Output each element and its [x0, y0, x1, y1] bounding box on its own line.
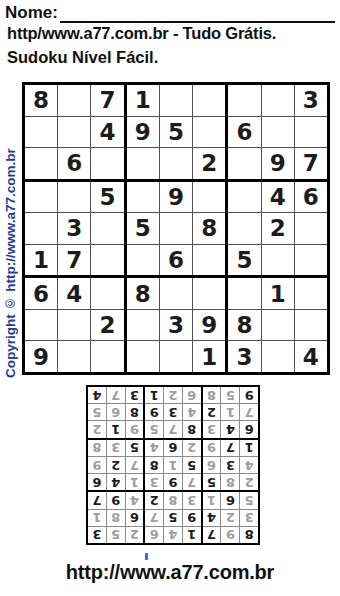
puzzle-cell	[193, 85, 225, 116]
solution-cell: 1	[88, 510, 106, 526]
solution-cell: 8	[240, 527, 258, 543]
sudoku-box: 285436179	[203, 440, 258, 491]
puzzle-cell	[295, 310, 327, 341]
solution-cell: 8	[164, 492, 182, 508]
puzzle-cell: 6	[295, 182, 327, 213]
solution-cell: 2	[164, 387, 182, 403]
header: Nome:	[5, 2, 335, 23]
sudoku-solution-grid-rotated: 8973245611469573822536814972854361797935…	[86, 385, 260, 545]
puzzle-cell	[262, 117, 294, 148]
solution-cell: 2	[126, 527, 144, 543]
solution-cell: 1	[183, 527, 201, 543]
puzzle-cell	[25, 117, 57, 148]
solution-cell: 7	[88, 492, 106, 508]
puzzle-cell	[91, 213, 123, 244]
solution-cell: 5	[145, 421, 163, 437]
puzzle-cell	[193, 278, 225, 309]
puzzle-cell	[160, 341, 192, 372]
solution-cell: 3	[203, 421, 221, 437]
sudoku-box: 3697	[228, 85, 327, 179]
puzzle-cell: 7	[91, 85, 123, 116]
solution-cell: 5	[88, 404, 106, 420]
solution-cell: 7	[107, 387, 125, 403]
puzzle-cell	[295, 278, 327, 309]
puzzle-cell	[58, 85, 90, 116]
puzzle-cell: 1	[193, 341, 225, 372]
solution-cell: 7	[203, 527, 221, 543]
solution-cell: 9	[107, 492, 125, 508]
sudoku-box: 9586	[127, 182, 226, 276]
puzzle-cell	[91, 245, 123, 276]
puzzle-cell	[228, 148, 260, 179]
puzzle-cell: 2	[193, 148, 225, 179]
solution-cell: 9	[203, 440, 221, 456]
puzzle-cell: 5	[91, 182, 123, 213]
footer-url: http://www.a77.com.br	[0, 561, 340, 584]
sudoku-box: 146957382	[145, 492, 200, 543]
solution-cell: 2	[183, 440, 201, 456]
puzzle-cell: 8	[193, 213, 225, 244]
solution-cell: 8	[183, 421, 201, 437]
puzzle-cell: 9	[25, 341, 57, 372]
puzzle-cell	[127, 182, 159, 213]
puzzle-cell	[160, 213, 192, 244]
puzzle-cell: 1	[262, 278, 294, 309]
solution-cell: 1	[203, 492, 221, 508]
solution-cell: 6	[203, 457, 221, 473]
solution-cell: 4	[221, 421, 239, 437]
puzzle-cell	[127, 148, 159, 179]
puzzle-cell: 9	[127, 117, 159, 148]
solution-cell: 4	[126, 492, 144, 508]
puzzle-cell	[228, 85, 260, 116]
solution-cell: 5	[183, 457, 201, 473]
solution-cell: 7	[221, 440, 239, 456]
puzzle-cell	[58, 341, 90, 372]
puzzle-cell	[193, 182, 225, 213]
sudoku-box: 875439621	[145, 387, 200, 438]
puzzle-cell	[295, 117, 327, 148]
solution-cell: 8	[88, 440, 106, 456]
solution-cell: 5	[221, 387, 239, 403]
puzzle-cell: 4	[295, 341, 327, 372]
solution-cell: 3	[183, 492, 201, 508]
solution-cell: 4	[183, 404, 201, 420]
solution-cell: 4	[145, 440, 163, 456]
solution-cell: 5	[164, 510, 182, 526]
solution-cell: 5	[107, 527, 125, 543]
solution-cell: 3	[221, 457, 239, 473]
solution-cell: 4	[164, 527, 182, 543]
puzzle-cell: 5	[127, 213, 159, 244]
solution-cell: 6	[126, 510, 144, 526]
solution-cell: 8	[126, 404, 144, 420]
solution-cell: 5	[126, 440, 144, 456]
site-tagline: http/www.a77.com.br - Tudo Grátis.	[7, 24, 276, 43]
sudoku-box: 793518264	[145, 440, 200, 491]
solution-cell: 2	[107, 457, 125, 473]
puzzle-cell	[91, 278, 123, 309]
puzzle-cell	[262, 85, 294, 116]
solution-cell: 2	[240, 474, 258, 490]
solution-cell: 4	[240, 457, 258, 473]
puzzle-cell: 3	[228, 341, 260, 372]
solution-cell: 9	[164, 474, 182, 490]
sudoku-box: 897324561	[203, 492, 258, 543]
sudoku-box: 4625	[228, 182, 327, 276]
solution-cell: 1	[145, 387, 163, 403]
puzzle-cell: 8	[25, 85, 57, 116]
solution-cell: 2	[88, 421, 106, 437]
sudoku-box: 1834	[228, 278, 327, 372]
solution-cell: 5	[203, 474, 221, 490]
puzzle-cell: 4	[58, 278, 90, 309]
puzzle-cell: 3	[58, 213, 90, 244]
puzzle-cell: 1	[25, 245, 57, 276]
sudoku-box: 643712958	[203, 387, 258, 438]
puzzle-cell: 3	[295, 85, 327, 116]
solution-cell: 3	[107, 440, 125, 456]
puzzle-cell: 8	[127, 278, 159, 309]
puzzle-cell	[193, 245, 225, 276]
puzzle-cell: 4	[262, 182, 294, 213]
solution-cell: 6	[240, 421, 258, 437]
solution-cell: 5	[240, 492, 258, 508]
solution-cell: 1	[126, 474, 144, 490]
puzzle-cell	[58, 182, 90, 213]
puzzle-cell: 9	[193, 310, 225, 341]
solution-cell: 7	[183, 474, 201, 490]
puzzle-cell: 2	[262, 213, 294, 244]
sudoku-box: 253681497	[88, 492, 143, 543]
puzzle-cell	[262, 341, 294, 372]
solution-cell: 9	[221, 527, 239, 543]
solution-cell: 7	[164, 421, 182, 437]
solution-cell: 3	[88, 527, 106, 543]
solution-cell: 4	[88, 387, 106, 403]
puzzle-cell	[262, 310, 294, 341]
puzzle-cell	[228, 278, 260, 309]
solution-cell: 8	[203, 387, 221, 403]
page-title: Sudoku Nível Fácil.	[7, 48, 158, 67]
puzzle-cell: 5	[160, 117, 192, 148]
puzzle-cell: 7	[295, 148, 327, 179]
puzzle-cell	[160, 278, 192, 309]
solution-cell: 4	[203, 510, 221, 526]
puzzle-cell	[295, 245, 327, 276]
puzzle-cell	[25, 182, 57, 213]
name-row: Nome:	[5, 2, 335, 23]
puzzle-cell: 2	[91, 310, 123, 341]
name-fill-line	[60, 3, 335, 23]
puzzle-cell: 9	[160, 182, 192, 213]
solution-cell: 8	[107, 510, 125, 526]
sudoku-box: 912865374	[88, 387, 143, 438]
puzzle-cell	[228, 182, 260, 213]
puzzle-cell: 6	[58, 148, 90, 179]
puzzle-cell: 6	[160, 245, 192, 276]
puzzle-cell	[25, 310, 57, 341]
puzzle-cell: 7	[58, 245, 90, 276]
sudoku-box: 1952	[127, 85, 226, 179]
solution-cell: 1	[164, 457, 182, 473]
solution-cell: 6	[221, 492, 239, 508]
sudoku-printable-page: Nome: http/www.a77.com.br - Tudo Grátis.…	[0, 0, 340, 596]
puzzle-cell	[91, 341, 123, 372]
puzzle-cell: 4	[91, 117, 123, 148]
solution-cell: 4	[107, 474, 125, 490]
puzzle-cell	[58, 310, 90, 341]
solution-cell: 3	[126, 387, 144, 403]
solution-cell: 6	[145, 527, 163, 543]
puzzle-cell	[228, 213, 260, 244]
puzzle-cell	[58, 117, 90, 148]
solution-cell: 1	[221, 404, 239, 420]
puzzle-cell	[127, 310, 159, 341]
solution-cell: 9	[145, 404, 163, 420]
sudoku-box: 8391	[127, 278, 226, 372]
solution-cell: 7	[145, 510, 163, 526]
puzzle-cell	[91, 148, 123, 179]
solution-cell: 6	[183, 387, 201, 403]
sudoku-box: 5317	[25, 182, 124, 276]
solution-cell: 8	[145, 457, 163, 473]
puzzle-cell	[25, 213, 57, 244]
blue-tick-artifact	[145, 553, 148, 560]
solution-cell: 1	[240, 440, 258, 456]
solution-cell: 7	[126, 457, 144, 473]
puzzle-cell	[295, 213, 327, 244]
solution-cell: 6	[107, 404, 125, 420]
solution-cell: 8	[221, 474, 239, 490]
copyright-vertical-text: Copyright © http://www.a77.com.br	[0, 82, 21, 445]
sudoku-box: 146729538	[88, 440, 143, 491]
solution-cell: 9	[88, 457, 106, 473]
puzzle-cell: 1	[127, 85, 159, 116]
sudoku-box: 6429	[25, 278, 124, 372]
puzzle-cell	[25, 148, 57, 179]
sudoku-box: 8746	[25, 85, 124, 179]
solution-cell: 9	[183, 510, 201, 526]
solution-cell: 9	[126, 421, 144, 437]
name-label: Nome:	[5, 3, 58, 23]
solution-cell: 3	[164, 404, 182, 420]
solution-cell: 2	[203, 404, 221, 420]
puzzle-cell: 5	[228, 245, 260, 276]
solution-cell: 1	[107, 421, 125, 437]
puzzle-cell	[127, 245, 159, 276]
solution-cell: 7	[240, 404, 258, 420]
puzzle-cell	[160, 85, 192, 116]
puzzle-cell: 6	[25, 278, 57, 309]
solution-cell: 2	[145, 492, 163, 508]
puzzle-cell: 9	[262, 148, 294, 179]
solution-cell: 6	[164, 440, 182, 456]
puzzle-cell: 8	[228, 310, 260, 341]
solution-cell: 3	[145, 474, 163, 490]
puzzle-cell: 3	[160, 310, 192, 341]
puzzle-cell: 6	[228, 117, 260, 148]
solution-cell: 3	[240, 510, 258, 526]
puzzle-cell	[193, 117, 225, 148]
solution-cell: 9	[240, 387, 258, 403]
solution-cell: 2	[221, 510, 239, 526]
sudoku-puzzle-grid: 874619523697531795864625642983911834	[22, 82, 330, 375]
puzzle-cell	[160, 148, 192, 179]
puzzle-cell	[262, 245, 294, 276]
solution-cell: 6	[88, 474, 106, 490]
puzzle-cell	[127, 341, 159, 372]
